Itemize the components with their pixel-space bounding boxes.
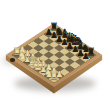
board-frame — [6, 23, 102, 86]
chess-set-photo: ♜♞♝♛♚♝♞♜♟♟♟♟♟♟♟♟♟♟♟♟♟♟♟♟♜♞♝♛♚♝♞♜ — [0, 0, 110, 110]
box-clasp — [10, 58, 15, 62]
board-grid — [12, 27, 95, 82]
